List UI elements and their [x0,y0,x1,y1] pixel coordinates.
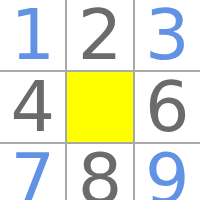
cell-r2c3[interactable]: 6 [135,72,200,142]
cell-r1c3[interactable]: 3 [135,0,200,70]
sudoku-board: 1 2 3 4 6 7 8 9 [0,0,200,200]
cell-r1c2[interactable]: 2 [67,0,132,70]
cell-r3c1[interactable]: 7 [0,144,65,200]
cell-r3c3[interactable]: 9 [135,144,200,200]
cell-r2c2-selected[interactable] [67,72,132,142]
cell-r3c2[interactable]: 8 [67,144,132,200]
cell-r2c1[interactable]: 4 [0,72,65,142]
cell-r1c1[interactable]: 1 [0,0,65,70]
